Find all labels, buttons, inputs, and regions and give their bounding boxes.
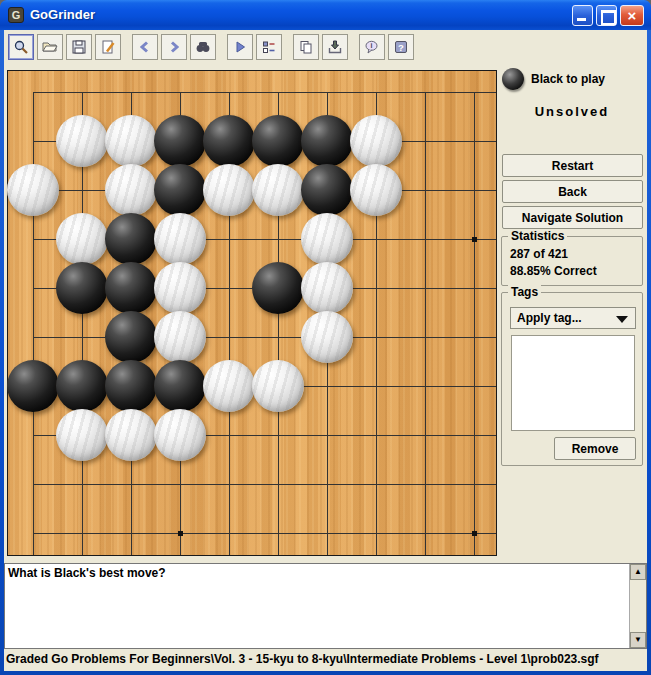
toolbar-button-save[interactable] bbox=[66, 34, 92, 60]
app-icon: G bbox=[8, 7, 24, 23]
restart-button[interactable]: Restart bbox=[502, 154, 643, 177]
white-stone bbox=[56, 409, 108, 461]
navigate-solution-button[interactable]: Navigate Solution bbox=[502, 206, 643, 229]
toolbar-button-import[interactable] bbox=[322, 34, 348, 60]
white-stone bbox=[7, 164, 59, 216]
statistics-count: 287 of 421 bbox=[502, 247, 642, 261]
white-stone bbox=[301, 213, 353, 265]
tag-list[interactable] bbox=[511, 335, 635, 431]
window-content: i ? Black to play Unsolved Restart Back … bbox=[4, 30, 647, 671]
to-play-label: Black to play bbox=[531, 72, 605, 86]
black-stone bbox=[301, 115, 353, 167]
black-stone bbox=[154, 164, 206, 216]
black-stone bbox=[105, 213, 157, 265]
toolbar-button-copy[interactable] bbox=[293, 34, 319, 60]
black-stone bbox=[105, 360, 157, 412]
solved-status: Unsolved bbox=[500, 104, 644, 119]
side-panel: Black to play Unsolved Restart Back Navi… bbox=[500, 64, 644, 564]
white-stone bbox=[252, 164, 304, 216]
title-bar[interactable]: G GoGrinder × bbox=[0, 0, 651, 30]
prev-icon bbox=[137, 39, 153, 55]
white-stone bbox=[105, 164, 157, 216]
star-point bbox=[472, 237, 477, 242]
next-icon bbox=[166, 39, 182, 55]
statistics-groupbox: Statistics 287 of 421 88.85% Correct bbox=[501, 236, 643, 286]
toolbar-button-open[interactable] bbox=[37, 34, 63, 60]
toolbar-button-help[interactable]: ? bbox=[388, 34, 414, 60]
apply-tag-dropdown[interactable]: Apply tag... bbox=[510, 307, 636, 329]
white-stone bbox=[105, 115, 157, 167]
comment-scrollbar[interactable]: ▲ ▼ bbox=[629, 564, 646, 648]
close-button[interactable]: × bbox=[620, 5, 644, 26]
svg-text:?: ? bbox=[398, 42, 404, 53]
board-grid bbox=[33, 92, 496, 555]
statistics-title: Statistics bbox=[508, 229, 567, 243]
tags-title: Tags bbox=[508, 285, 541, 299]
remove-tag-button[interactable]: Remove bbox=[554, 437, 636, 460]
chevron-down-icon bbox=[616, 316, 628, 323]
toolbar: i ? bbox=[4, 30, 647, 64]
black-stone bbox=[105, 311, 157, 363]
help-icon: ? bbox=[393, 39, 409, 55]
toolbar-button-zoom[interactable] bbox=[8, 34, 34, 60]
svg-text:i: i bbox=[371, 42, 373, 49]
toolbar-button-next[interactable] bbox=[161, 34, 187, 60]
white-stone bbox=[56, 115, 108, 167]
black-stone bbox=[56, 262, 108, 314]
edit-icon bbox=[100, 39, 116, 55]
open-folder-icon bbox=[42, 39, 58, 55]
window-title: GoGrinder bbox=[30, 7, 95, 22]
black-stone bbox=[203, 115, 255, 167]
black-stone bbox=[56, 360, 108, 412]
status-bar: Graded Go Problems For Beginners\Vol. 3 … bbox=[4, 651, 647, 669]
black-stone bbox=[7, 360, 59, 412]
toolbar-button-options[interactable] bbox=[256, 34, 282, 60]
app-window: G GoGrinder × bbox=[0, 0, 651, 675]
minimize-button[interactable] bbox=[572, 5, 593, 26]
back-button[interactable]: Back bbox=[502, 180, 643, 203]
white-stone bbox=[56, 213, 108, 265]
black-stone bbox=[154, 360, 206, 412]
black-stone bbox=[301, 164, 353, 216]
copy-icon bbox=[298, 39, 314, 55]
toolbar-button-find[interactable] bbox=[190, 34, 216, 60]
black-stone bbox=[154, 115, 206, 167]
white-stone bbox=[105, 409, 157, 461]
statistics-percent: 88.85% Correct bbox=[502, 264, 642, 278]
scroll-down-icon[interactable]: ▼ bbox=[630, 632, 646, 648]
white-stone bbox=[203, 360, 255, 412]
maximize-button[interactable] bbox=[596, 5, 617, 26]
toolbar-button-play[interactable] bbox=[227, 34, 253, 60]
apply-tag-label: Apply tag... bbox=[517, 311, 582, 325]
options-icon bbox=[261, 39, 277, 55]
white-stone bbox=[154, 213, 206, 265]
problem-question: What is Black's best move? bbox=[8, 566, 166, 580]
white-stone bbox=[154, 409, 206, 461]
black-stone-icon bbox=[502, 68, 524, 90]
toolbar-button-edit[interactable] bbox=[95, 34, 121, 60]
black-stone bbox=[252, 115, 304, 167]
white-stone bbox=[301, 262, 353, 314]
comment-icon: i bbox=[364, 39, 380, 55]
to-play-indicator: Black to play bbox=[502, 68, 605, 90]
import-icon bbox=[327, 39, 343, 55]
star-point bbox=[472, 531, 477, 536]
save-icon bbox=[71, 39, 87, 55]
black-stone bbox=[252, 262, 304, 314]
white-stone bbox=[301, 311, 353, 363]
scroll-up-icon[interactable]: ▲ bbox=[630, 564, 646, 580]
white-stone bbox=[203, 164, 255, 216]
white-stone bbox=[154, 262, 206, 314]
go-board[interactable] bbox=[7, 70, 497, 556]
white-stone bbox=[154, 311, 206, 363]
white-stone bbox=[350, 164, 402, 216]
black-stone bbox=[105, 262, 157, 314]
white-stone bbox=[350, 115, 402, 167]
comment-area[interactable]: What is Black's best move? ▲ ▼ bbox=[4, 563, 647, 649]
binoculars-icon bbox=[195, 39, 211, 55]
star-point bbox=[178, 531, 183, 536]
magnifier-icon bbox=[13, 39, 29, 55]
white-stone bbox=[252, 360, 304, 412]
toolbar-button-previous[interactable] bbox=[132, 34, 158, 60]
toolbar-button-comment[interactable]: i bbox=[359, 34, 385, 60]
tags-groupbox: Tags Apply tag... Remove bbox=[501, 292, 643, 466]
play-icon bbox=[232, 39, 248, 55]
